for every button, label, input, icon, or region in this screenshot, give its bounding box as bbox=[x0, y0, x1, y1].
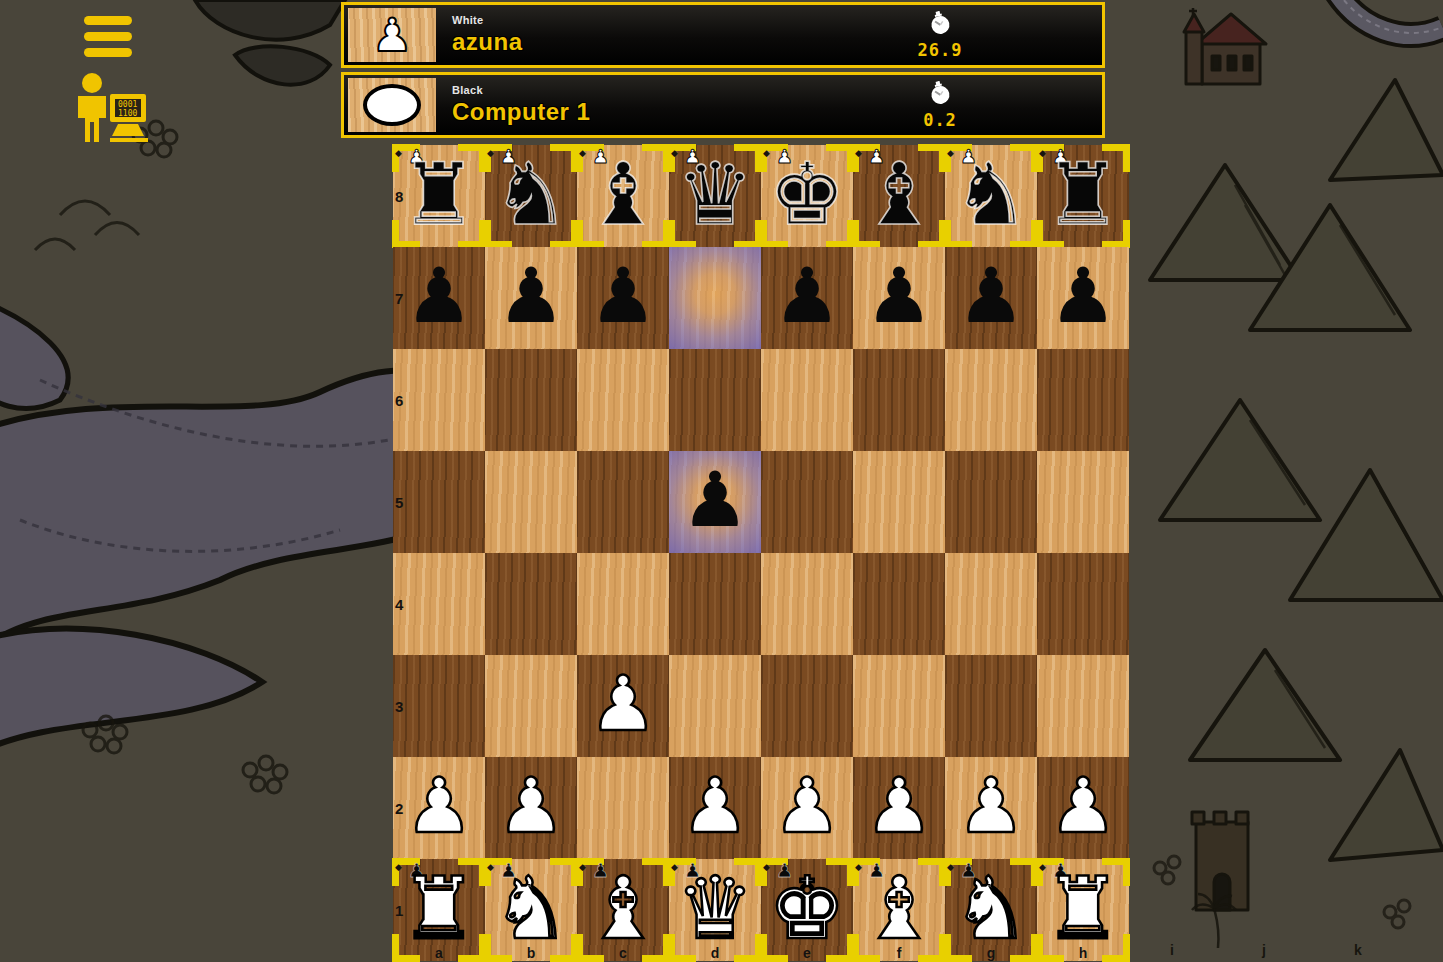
square-h1[interactable]: ◆♟♜h bbox=[1037, 859, 1129, 961]
square-f7[interactable]: ♟ bbox=[853, 247, 945, 349]
piece-black-pawn: ♟ bbox=[761, 247, 853, 349]
corner-bracket-icon bbox=[484, 144, 512, 172]
corner-bracket-icon bbox=[1102, 934, 1130, 962]
corner-bracket-icon bbox=[918, 858, 946, 886]
square-f3[interactable] bbox=[853, 655, 945, 757]
piece-black-bishop: ♝ bbox=[853, 145, 945, 247]
square-b3[interactable] bbox=[485, 655, 577, 757]
square-e3[interactable] bbox=[761, 655, 853, 757]
black-promotion-pawn-icon: ♟ bbox=[868, 859, 885, 882]
corner-bracket-icon bbox=[1010, 934, 1038, 962]
marker-arrow-icon: ◆ bbox=[855, 862, 862, 872]
square-d5[interactable]: ♟ bbox=[669, 451, 761, 553]
square-c1[interactable]: ◆♟♝c bbox=[577, 859, 669, 961]
marker-arrow-icon: ◆ bbox=[671, 862, 678, 872]
white-promotion-pawn-icon: ♟ bbox=[592, 145, 609, 168]
piece-white-pawn: ♟ bbox=[761, 757, 853, 859]
corner-bracket-icon bbox=[1010, 858, 1038, 886]
piece-white-pawn: ♟ bbox=[577, 655, 669, 757]
white-pawn-avatar-icon: ♟ bbox=[371, 12, 412, 58]
square-a1[interactable]: ◆♟♜1a bbox=[393, 859, 485, 961]
piece-white-knight: ♞ bbox=[945, 859, 1037, 961]
piece-white-rook: ♜ bbox=[393, 859, 485, 961]
highlight-d5 bbox=[669, 451, 761, 553]
corner-bracket-icon bbox=[826, 858, 854, 886]
corner-bracket-icon bbox=[642, 934, 670, 962]
piece-white-pawn: ♟ bbox=[945, 757, 1037, 859]
marker-arrow-icon: ◆ bbox=[395, 862, 402, 872]
piece-white-pawn: ♟ bbox=[853, 757, 945, 859]
corner-bracket-icon bbox=[944, 934, 972, 962]
square-f8[interactable]: ◆♟♝ bbox=[853, 145, 945, 247]
marker-arrow-icon: ◆ bbox=[395, 148, 402, 158]
square-a8[interactable]: ◆♟♜8 bbox=[393, 145, 485, 247]
file-label-d: d bbox=[711, 945, 720, 961]
corner-bracket-icon bbox=[760, 220, 788, 248]
piece-white-pawn: ♟ bbox=[1037, 757, 1129, 859]
oval-avatar-icon bbox=[363, 84, 421, 126]
square-h8[interactable]: ◆♟♜ bbox=[1037, 145, 1129, 247]
corner-bracket-icon bbox=[458, 220, 486, 248]
corner-bracket-icon bbox=[576, 220, 604, 248]
rank-label-1: 1 bbox=[395, 902, 403, 919]
rank-label-6: 6 bbox=[395, 392, 403, 409]
marker-arrow-icon: ◆ bbox=[487, 148, 494, 158]
piece-white-bishop: ♝ bbox=[853, 859, 945, 961]
corner-bracket-icon bbox=[642, 220, 670, 248]
corner-bracket-icon bbox=[550, 934, 578, 962]
corner-bracket-icon bbox=[1102, 858, 1130, 886]
square-b1[interactable]: ◆♟♞b bbox=[485, 859, 577, 961]
chess-board: ◆♟♜8◆♟♞◆♟♝◆♟♛◆♟♚◆♟♝◆♟♞◆♟♜♟7♟♟♟♟♟♟65♟43♟♟… bbox=[393, 145, 1129, 961]
square-e5[interactable] bbox=[761, 451, 853, 553]
white-promotion-pawn-icon: ♟ bbox=[684, 145, 701, 168]
square-c8[interactable]: ◆♟♝ bbox=[577, 145, 669, 247]
black-promotion-pawn-icon: ♟ bbox=[684, 859, 701, 882]
corner-bracket-icon bbox=[760, 934, 788, 962]
square-g1[interactable]: ◆♟♞g bbox=[945, 859, 1037, 961]
black-player-panel: Black Computer 1 0.2 bbox=[341, 72, 1105, 138]
piece-black-pawn: ♟ bbox=[577, 247, 669, 349]
square-g3[interactable] bbox=[945, 655, 1037, 757]
rank-label-2: 2 bbox=[395, 800, 403, 817]
square-b7[interactable]: ♟ bbox=[485, 247, 577, 349]
corner-bracket-icon bbox=[668, 144, 696, 172]
black-player-avatar bbox=[348, 78, 436, 132]
file-label-b: b bbox=[527, 945, 536, 961]
piece-black-knight: ♞ bbox=[945, 145, 1037, 247]
piece-black-king: ♚ bbox=[761, 145, 853, 247]
corner-bracket-icon bbox=[484, 858, 512, 886]
square-b2[interactable]: ♟ bbox=[485, 757, 577, 859]
file-label-e: e bbox=[803, 945, 811, 961]
corner-bracket-icon bbox=[918, 934, 946, 962]
piece-black-pawn: ♟ bbox=[945, 247, 1037, 349]
white-player-avatar: ♟ bbox=[348, 8, 436, 62]
square-c3[interactable]: ♟ bbox=[577, 655, 669, 757]
square-d8[interactable]: ◆♟♛ bbox=[669, 145, 761, 247]
file-label-c: c bbox=[619, 945, 627, 961]
piece-white-bishop: ♝ bbox=[577, 859, 669, 961]
corner-bracket-icon bbox=[392, 858, 420, 886]
corner-bracket-icon bbox=[734, 144, 762, 172]
piece-black-bishop: ♝ bbox=[577, 145, 669, 247]
corner-bracket-icon bbox=[918, 144, 946, 172]
file-label-a: a bbox=[435, 945, 443, 961]
square-c4[interactable] bbox=[577, 553, 669, 655]
square-e6[interactable] bbox=[761, 349, 853, 451]
square-a4[interactable]: 4 bbox=[393, 553, 485, 655]
piece-black-rook: ♜ bbox=[393, 145, 485, 247]
piece-black-pawn: ♟ bbox=[485, 247, 577, 349]
white-player-panel: ♟ White azuna 26.9 bbox=[341, 2, 1105, 68]
marker-arrow-icon: ◆ bbox=[947, 148, 954, 158]
marker-arrow-icon: ◆ bbox=[671, 148, 678, 158]
corner-bracket-icon bbox=[484, 220, 512, 248]
white-side-label: White bbox=[452, 14, 523, 26]
square-e8[interactable]: ◆♟♚ bbox=[761, 145, 853, 247]
corner-bracket-icon bbox=[642, 144, 670, 172]
square-b4[interactable] bbox=[485, 553, 577, 655]
square-e7[interactable]: ♟ bbox=[761, 247, 853, 349]
corner-bracket-icon bbox=[734, 934, 762, 962]
black-player-name: Computer 1 bbox=[452, 98, 590, 126]
hamburger-icon bbox=[84, 16, 132, 25]
square-f2[interactable]: ♟ bbox=[853, 757, 945, 859]
corner-bracket-icon bbox=[852, 858, 880, 886]
corner-bracket-icon bbox=[1036, 220, 1064, 248]
corner-bracket-icon bbox=[944, 220, 972, 248]
corner-bracket-icon bbox=[392, 934, 420, 962]
square-f6[interactable] bbox=[853, 349, 945, 451]
black-promotion-pawn-icon: ♟ bbox=[1052, 859, 1069, 882]
corner-bracket-icon bbox=[1036, 934, 1064, 962]
square-h2[interactable]: ♟ bbox=[1037, 757, 1129, 859]
corner-bracket-icon bbox=[734, 858, 762, 886]
piece-black-queen: ♛ bbox=[669, 145, 761, 247]
black-promotion-pawn-icon: ♟ bbox=[776, 859, 793, 882]
binary-text-line1: 0001 bbox=[118, 100, 137, 109]
piece-white-king: ♚ bbox=[761, 859, 853, 961]
rank-label-5: 5 bbox=[395, 494, 403, 511]
black-promotion-pawn-icon: ♟ bbox=[960, 859, 977, 882]
corner-bracket-icon bbox=[1102, 220, 1130, 248]
square-f5[interactable] bbox=[853, 451, 945, 553]
square-e4[interactable] bbox=[761, 553, 853, 655]
square-h7[interactable]: ♟ bbox=[1037, 247, 1129, 349]
corner-bracket-icon bbox=[1036, 858, 1064, 886]
corner-bracket-icon bbox=[576, 144, 604, 172]
corner-bracket-icon bbox=[668, 858, 696, 886]
corner-bracket-icon bbox=[458, 858, 486, 886]
corner-bracket-icon bbox=[668, 934, 696, 962]
square-h5[interactable] bbox=[1037, 451, 1129, 553]
marker-arrow-icon: ◆ bbox=[1039, 148, 1046, 158]
piece-black-pawn: ♟ bbox=[853, 247, 945, 349]
corner-bracket-icon bbox=[826, 220, 854, 248]
corner-bracket-icon bbox=[1010, 144, 1038, 172]
square-d3[interactable] bbox=[669, 655, 761, 757]
white-promotion-pawn-icon: ♟ bbox=[776, 145, 793, 168]
corner-bracket-icon bbox=[760, 858, 788, 886]
square-c7[interactable]: ♟ bbox=[577, 247, 669, 349]
corner-bracket-icon bbox=[760, 144, 788, 172]
corner-bracket-icon bbox=[576, 934, 604, 962]
square-a5[interactable]: 5 bbox=[393, 451, 485, 553]
white-promotion-pawn-icon: ♟ bbox=[960, 145, 977, 168]
marker-arrow-icon: ◆ bbox=[579, 148, 586, 158]
piece-black-knight: ♞ bbox=[485, 145, 577, 247]
file-label-g: g bbox=[987, 945, 996, 961]
corner-bracket-icon bbox=[918, 220, 946, 248]
marker-arrow-icon: ◆ bbox=[1039, 862, 1046, 872]
white-player-name: azuna bbox=[452, 28, 523, 56]
piece-white-pawn: ♟ bbox=[393, 757, 485, 859]
black-promotion-pawn-icon: ♟ bbox=[500, 859, 517, 882]
marker-arrow-icon: ◆ bbox=[487, 862, 494, 872]
white-promotion-pawn-icon: ♟ bbox=[868, 145, 885, 168]
marker-arrow-icon: ◆ bbox=[763, 862, 770, 872]
corner-bracket-icon bbox=[826, 144, 854, 172]
corner-bracket-icon bbox=[852, 934, 880, 962]
file-label-k: k bbox=[1354, 942, 1362, 958]
square-d1[interactable]: ◆♟♛d bbox=[669, 859, 761, 961]
black-clock-time: 0.2 bbox=[900, 110, 980, 130]
black-promotion-pawn-icon: ♟ bbox=[408, 859, 425, 882]
white-promotion-pawn-icon: ♟ bbox=[408, 145, 425, 168]
corner-bracket-icon bbox=[392, 220, 420, 248]
rank-label-4: 4 bbox=[395, 596, 403, 613]
square-a2[interactable]: ♟2 bbox=[393, 757, 485, 859]
corner-bracket-icon bbox=[826, 934, 854, 962]
corner-bracket-icon bbox=[642, 858, 670, 886]
square-g2[interactable]: ♟ bbox=[945, 757, 1037, 859]
white-clock: 26.9 bbox=[900, 11, 980, 60]
square-h3[interactable] bbox=[1037, 655, 1129, 757]
corner-bracket-icon bbox=[392, 144, 420, 172]
square-f1[interactable]: ◆♟♝f bbox=[853, 859, 945, 961]
stopwatch-icon bbox=[927, 79, 954, 107]
white-clock-time: 26.9 bbox=[900, 40, 980, 60]
corner-bracket-icon bbox=[550, 144, 578, 172]
square-d6[interactable] bbox=[669, 349, 761, 451]
square-g8[interactable]: ◆♟♞ bbox=[945, 145, 1037, 247]
corner-bracket-icon bbox=[852, 144, 880, 172]
corner-bracket-icon bbox=[1102, 144, 1130, 172]
marker-arrow-icon: ◆ bbox=[579, 862, 586, 872]
menu-button[interactable] bbox=[84, 16, 132, 64]
rank-label-3: 3 bbox=[395, 698, 403, 715]
file-label-j: j bbox=[1262, 942, 1266, 958]
piece-black-pawn: ♟ bbox=[1037, 247, 1129, 349]
corner-bracket-icon bbox=[668, 220, 696, 248]
piece-white-pawn: ♟ bbox=[669, 757, 761, 859]
highlight-d7 bbox=[669, 247, 761, 349]
rank-label-7: 7 bbox=[395, 290, 403, 307]
piece-white-queen: ♛ bbox=[669, 859, 761, 961]
piece-white-rook: ♜ bbox=[1037, 859, 1129, 961]
square-g7[interactable]: ♟ bbox=[945, 247, 1037, 349]
square-a6[interactable]: 6 bbox=[393, 349, 485, 451]
human-vs-computer-icon[interactable]: 0001 1100 bbox=[70, 72, 148, 144]
piece-black-rook: ♜ bbox=[1037, 145, 1129, 247]
square-g4[interactable] bbox=[945, 553, 1037, 655]
corner-bracket-icon bbox=[944, 858, 972, 886]
rank-label-8: 8 bbox=[395, 188, 403, 205]
piece-white-knight: ♞ bbox=[485, 859, 577, 961]
square-b8[interactable]: ◆♟♞ bbox=[485, 145, 577, 247]
square-a3[interactable]: 3 bbox=[393, 655, 485, 757]
marker-arrow-icon: ◆ bbox=[763, 148, 770, 158]
square-g5[interactable] bbox=[945, 451, 1037, 553]
corner-bracket-icon bbox=[576, 858, 604, 886]
square-e2[interactable]: ♟ bbox=[761, 757, 853, 859]
file-label-i: i bbox=[1170, 942, 1174, 958]
square-a7[interactable]: ♟7 bbox=[393, 247, 485, 349]
square-e1[interactable]: ◆♟♚e bbox=[761, 859, 853, 961]
square-d7[interactable] bbox=[669, 247, 761, 349]
corner-bracket-icon bbox=[852, 220, 880, 248]
corner-bracket-icon bbox=[550, 220, 578, 248]
corner-bracket-icon bbox=[550, 858, 578, 886]
black-promotion-pawn-icon: ♟ bbox=[592, 859, 609, 882]
file-label-f: f bbox=[897, 945, 902, 961]
corner-bracket-icon bbox=[484, 934, 512, 962]
marker-arrow-icon: ◆ bbox=[947, 862, 954, 872]
square-b6[interactable] bbox=[485, 349, 577, 451]
square-b5[interactable] bbox=[485, 451, 577, 553]
stopwatch-icon bbox=[927, 9, 954, 37]
square-c2[interactable] bbox=[577, 757, 669, 859]
piece-black-pawn: ♟ bbox=[669, 451, 761, 553]
corner-bracket-icon bbox=[458, 144, 486, 172]
square-h4[interactable] bbox=[1037, 553, 1129, 655]
corner-bracket-icon bbox=[944, 144, 972, 172]
piece-black-pawn: ♟ bbox=[393, 247, 485, 349]
square-c6[interactable] bbox=[577, 349, 669, 451]
corner-bracket-icon bbox=[458, 934, 486, 962]
white-promotion-pawn-icon: ♟ bbox=[1052, 145, 1069, 168]
corner-bracket-icon bbox=[1036, 144, 1064, 172]
corner-bracket-icon bbox=[1010, 220, 1038, 248]
file-label-h: h bbox=[1079, 945, 1088, 961]
piece-white-pawn: ♟ bbox=[485, 757, 577, 859]
marker-arrow-icon: ◆ bbox=[855, 148, 862, 158]
square-c5[interactable] bbox=[577, 451, 669, 553]
square-f4[interactable] bbox=[853, 553, 945, 655]
white-promotion-pawn-icon: ♟ bbox=[500, 145, 517, 168]
square-d4[interactable] bbox=[669, 553, 761, 655]
black-side-label: Black bbox=[452, 84, 590, 96]
square-h6[interactable] bbox=[1037, 349, 1129, 451]
black-clock: 0.2 bbox=[900, 81, 980, 130]
binary-text-line2: 1100 bbox=[118, 109, 137, 118]
square-g6[interactable] bbox=[945, 349, 1037, 451]
corner-bracket-icon bbox=[734, 220, 762, 248]
square-d2[interactable]: ♟ bbox=[669, 757, 761, 859]
